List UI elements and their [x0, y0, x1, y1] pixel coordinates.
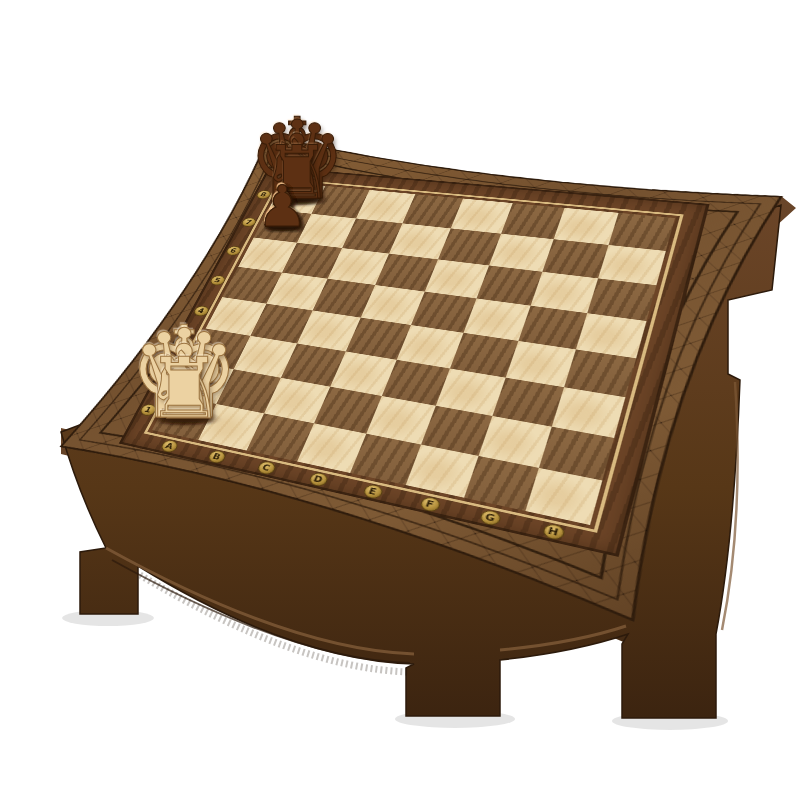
piece-light-rook-a1[interactable]: ♜ [147, 347, 222, 430]
chess-set-photo: 87654321ABCDEFGH ♜♞♝♚♛♝♞♜♟♟♟♟♟♟♟♟♟♟♟♟♟♟♟… [0, 0, 800, 800]
piece-dark-pawn-a7[interactable]: ♟ [257, 178, 308, 235]
piece-layer: ♜♞♝♚♛♝♞♜♟♟♟♟♟♟♟♟♟♟♟♟♟♟♟♟♜♞♝♚♛♝♞♜ [0, 0, 800, 800]
